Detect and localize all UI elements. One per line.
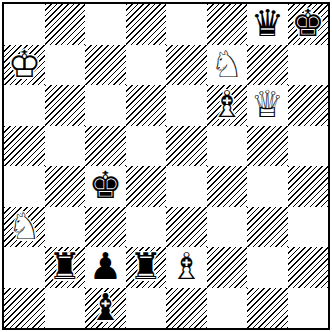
square-f6[interactable]: ♝♗ [207, 85, 248, 126]
black-pawn: ♟ [89, 247, 122, 288]
square-d7[interactable] [126, 45, 167, 86]
square-e4[interactable] [166, 166, 207, 207]
square-b3[interactable] [45, 207, 86, 248]
square-e8[interactable] [166, 4, 207, 45]
square-d4[interactable] [126, 166, 167, 207]
black-king: ♚ [291, 4, 324, 45]
square-a2[interactable] [4, 247, 45, 288]
square-h2[interactable] [288, 247, 329, 288]
chess-diagram: ♛♛♚♚♚♔♞♘♝♗♛♕♚♚♞♘♜♜♟♟♜♜♝♗♝♝ [0, 0, 332, 332]
square-a7[interactable]: ♚♔ [4, 45, 45, 86]
square-h4[interactable] [288, 166, 329, 207]
square-g7[interactable] [247, 45, 288, 86]
square-b1[interactable] [45, 288, 86, 329]
square-h5[interactable] [288, 126, 329, 167]
square-c3[interactable] [85, 207, 126, 248]
square-d6[interactable] [126, 85, 167, 126]
square-a5[interactable] [4, 126, 45, 167]
square-h1[interactable] [288, 288, 329, 329]
square-d5[interactable] [126, 126, 167, 167]
square-f5[interactable] [207, 126, 248, 167]
square-a3[interactable]: ♞♘ [4, 207, 45, 248]
square-f4[interactable] [207, 166, 248, 207]
white-knight: ♘ [8, 207, 41, 248]
square-h7[interactable] [288, 45, 329, 86]
black-queen: ♛ [251, 4, 284, 45]
square-c1[interactable]: ♝♝ [85, 288, 126, 329]
square-e2[interactable]: ♝♗ [166, 247, 207, 288]
square-c4[interactable]: ♚♚ [85, 166, 126, 207]
square-e6[interactable] [166, 85, 207, 126]
square-d8[interactable] [126, 4, 167, 45]
square-c2[interactable]: ♟♟ [85, 247, 126, 288]
square-g5[interactable] [247, 126, 288, 167]
square-b7[interactable] [45, 45, 86, 86]
square-c8[interactable] [85, 4, 126, 45]
square-e3[interactable] [166, 207, 207, 248]
square-a8[interactable] [4, 4, 45, 45]
white-knight: ♘ [210, 45, 243, 86]
square-h8[interactable]: ♚♚ [288, 4, 329, 45]
white-bishop: ♗ [170, 247, 203, 288]
white-bishop: ♗ [210, 85, 243, 126]
square-f7[interactable]: ♞♘ [207, 45, 248, 86]
square-g3[interactable] [247, 207, 288, 248]
square-h6[interactable] [288, 85, 329, 126]
white-queen: ♕ [251, 85, 284, 126]
square-a6[interactable] [4, 85, 45, 126]
square-f2[interactable] [207, 247, 248, 288]
square-g8[interactable]: ♛♛ [247, 4, 288, 45]
black-rook: ♜ [48, 247, 81, 288]
square-a4[interactable] [4, 166, 45, 207]
square-c6[interactable] [85, 85, 126, 126]
square-g6[interactable]: ♛♕ [247, 85, 288, 126]
square-b6[interactable] [45, 85, 86, 126]
square-g1[interactable] [247, 288, 288, 329]
square-b5[interactable] [45, 126, 86, 167]
square-d3[interactable] [126, 207, 167, 248]
square-e1[interactable] [166, 288, 207, 329]
square-e5[interactable] [166, 126, 207, 167]
square-f8[interactable] [207, 4, 248, 45]
square-c5[interactable] [85, 126, 126, 167]
square-d1[interactable] [126, 288, 167, 329]
square-f1[interactable] [207, 288, 248, 329]
black-bishop: ♝ [89, 288, 122, 329]
square-e7[interactable] [166, 45, 207, 86]
black-king: ♚ [89, 166, 122, 207]
white-king: ♔ [8, 45, 41, 86]
square-g4[interactable] [247, 166, 288, 207]
square-b4[interactable] [45, 166, 86, 207]
black-rook: ♜ [129, 247, 162, 288]
square-c7[interactable] [85, 45, 126, 86]
chess-board: ♛♛♚♚♚♔♞♘♝♗♛♕♚♚♞♘♜♜♟♟♜♜♝♗♝♝ [2, 2, 330, 330]
square-d2[interactable]: ♜♜ [126, 247, 167, 288]
square-f3[interactable] [207, 207, 248, 248]
square-a1[interactable] [4, 288, 45, 329]
square-h3[interactable] [288, 207, 329, 248]
square-b8[interactable] [45, 4, 86, 45]
square-g2[interactable] [247, 247, 288, 288]
square-b2[interactable]: ♜♜ [45, 247, 86, 288]
